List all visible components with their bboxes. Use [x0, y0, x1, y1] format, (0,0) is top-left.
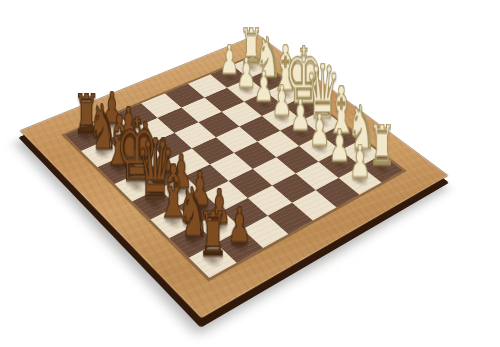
black-rook-a8[interactable]: ♜ — [170, 210, 255, 260]
scene: ♜♞♝♚♛♝♞♜♟♟♟♟♟♟♟♟♟♟♟♟♟♟♟♟♜♞♝♚♛♝♞♜ — [0, 0, 500, 347]
photo-background: Overhead three-quarter photo of a wooden… — [0, 0, 500, 347]
white-pawn-a2[interactable]: ♟ — [322, 144, 398, 181]
chess-board: ♜♞♝♚♛♝♞♜♟♟♟♟♟♟♟♟♟♟♟♟♟♟♟♟♜♞♝♚♛♝♞♜ — [20, 35, 448, 318]
